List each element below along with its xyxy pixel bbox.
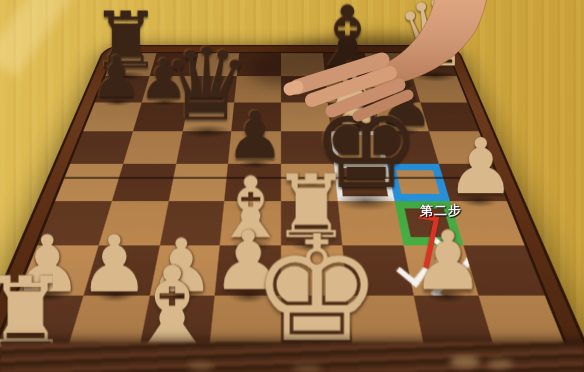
white-rook-glyph: ♜ (0, 265, 133, 363)
chess-game-screen: ♛♝♜♟♟♟♛♞♟♟♟♚♜♝♟♟♟♟♟♚♝♜ 第二步 (0, 0, 584, 372)
